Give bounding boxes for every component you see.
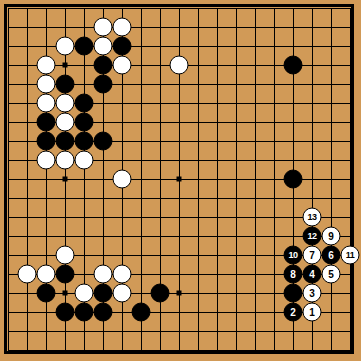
move-number: 7 [309,250,315,260]
white-stone [94,37,113,56]
black-stone [94,132,113,151]
white-stone [37,56,56,75]
white-stone [56,246,75,265]
white-stone-move-7: 7 [303,246,322,265]
move-number: 5 [328,269,334,279]
white-stone [37,151,56,170]
grid-line [236,8,237,351]
move-number: 4 [309,269,315,279]
move-number: 1 [309,307,315,317]
black-stone [94,284,113,303]
move-number: 11 [346,251,355,260]
black-stone [37,113,56,132]
grid-line [198,8,199,351]
white-stone [56,37,75,56]
star-point [63,291,68,296]
white-stone-move-3: 3 [303,284,322,303]
black-stone [37,284,56,303]
black-stone-move-2: 2 [284,303,303,322]
grid-line [8,198,351,199]
grid-line [331,8,332,351]
black-stone [75,303,94,322]
black-stone [56,265,75,284]
white-stone [18,265,37,284]
grid-line [217,8,218,351]
grid-line [8,236,351,237]
black-stone [284,56,303,75]
white-stone [75,284,94,303]
move-number: 10 [288,251,297,260]
white-stone [113,18,132,37]
black-stone [75,37,94,56]
move-number: 13 [307,213,316,222]
star-point [177,177,182,182]
move-number: 9 [328,231,334,241]
black-stone [37,132,56,151]
go-board-diagram: 12345678910111213 [0,0,361,361]
black-stone-move-12: 12 [303,227,322,246]
white-stone [113,265,132,284]
black-stone [94,56,113,75]
white-stone-move-13: 13 [303,208,322,227]
white-stone-move-5: 5 [322,265,341,284]
white-stone [37,75,56,94]
move-number: 3 [309,288,315,298]
black-stone [284,170,303,189]
black-stone [56,303,75,322]
white-stone [113,170,132,189]
black-stone [56,132,75,151]
star-point [177,291,182,296]
white-stone-move-11: 11 [341,246,360,265]
black-stone [75,132,94,151]
grid-line [8,350,351,351]
white-stone [170,56,189,75]
black-stone-move-10: 10 [284,246,303,265]
black-stone-move-4: 4 [303,265,322,284]
grid-line [274,8,275,351]
move-number: 6 [328,250,334,260]
white-stone [56,113,75,132]
white-stone [56,94,75,113]
move-number: 12 [307,232,316,241]
white-stone [113,284,132,303]
black-stone [94,303,113,322]
black-stone-move-6: 6 [322,246,341,265]
white-stone [75,151,94,170]
white-stone-move-1: 1 [303,303,322,322]
move-number: 8 [290,269,296,279]
black-stone [75,113,94,132]
black-stone-move-8: 8 [284,265,303,284]
black-stone [151,284,170,303]
white-stone [94,265,113,284]
black-stone [94,75,113,94]
black-stone [56,75,75,94]
white-stone-move-9: 9 [322,227,341,246]
star-point [63,177,68,182]
star-point [63,63,68,68]
white-stone [113,56,132,75]
black-stone [75,94,94,113]
black-stone [284,284,303,303]
move-number: 2 [290,307,296,317]
grid-line [8,217,351,218]
white-stone [94,18,113,37]
white-stone [56,151,75,170]
grid-line [350,8,351,351]
white-stone [37,94,56,113]
white-stone [37,265,56,284]
grid-line [8,331,351,332]
black-stone [113,37,132,56]
black-stone [132,303,151,322]
grid-line [255,8,256,351]
